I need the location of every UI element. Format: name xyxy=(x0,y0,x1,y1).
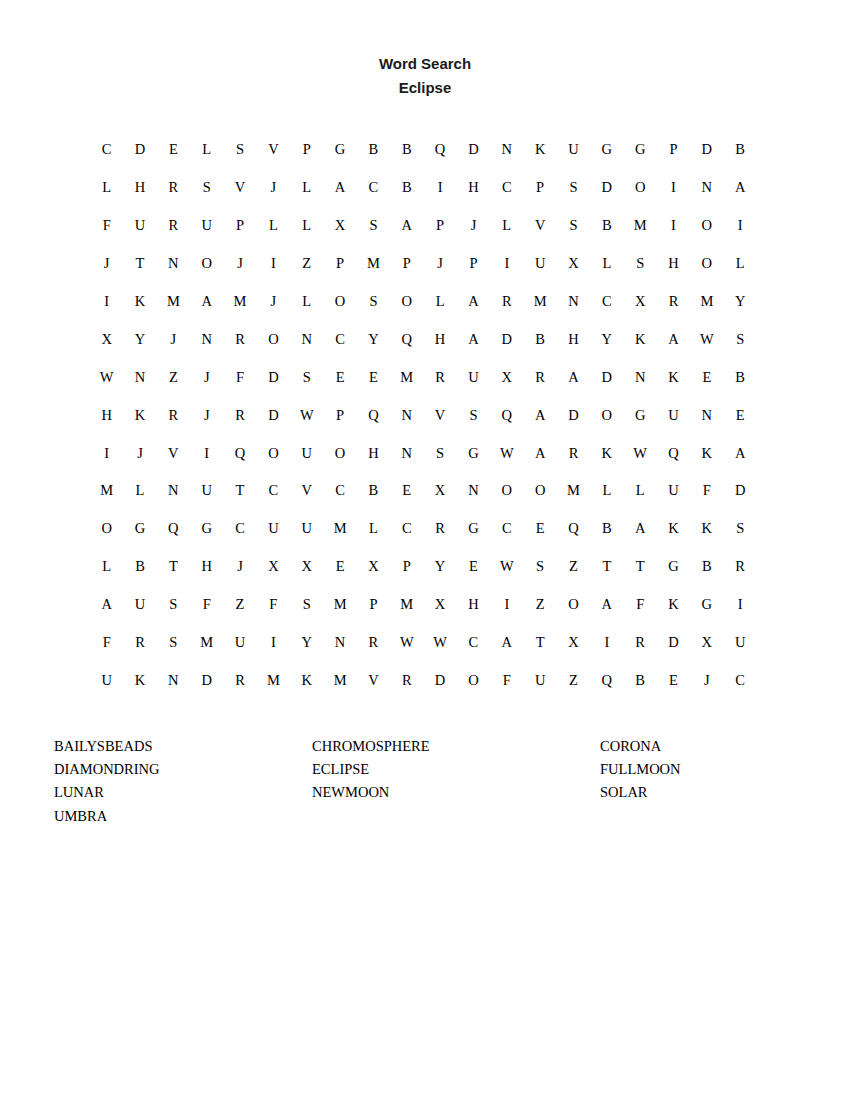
grid-cell-r11c19[interactable]: K xyxy=(690,510,723,548)
grid-cell-r10c12[interactable]: N xyxy=(457,472,490,510)
grid-cell-r12c6[interactable]: X xyxy=(257,548,290,586)
grid-cell-r11c1[interactable]: O xyxy=(90,510,123,548)
grid-cell-r7c7[interactable]: S xyxy=(290,358,323,396)
grid-cell-r12c19[interactable]: B xyxy=(690,548,723,586)
grid-cell-r10c14[interactable]: O xyxy=(523,472,556,510)
grid-cell-r11c4[interactable]: G xyxy=(190,510,223,548)
grid-cell-r11c14[interactable]: E xyxy=(523,510,556,548)
grid-cell-r6c6[interactable]: O xyxy=(257,320,290,358)
grid-cell-r10c6[interactable]: C xyxy=(257,472,290,510)
grid-cell-r8c12[interactable]: S xyxy=(457,396,490,434)
grid-cell-r3c12[interactable]: J xyxy=(457,207,490,245)
grid-cell-r9c12[interactable]: G xyxy=(457,434,490,472)
grid-cell-r8c16[interactable]: O xyxy=(590,396,623,434)
grid-cell-r6c17[interactable]: K xyxy=(624,320,657,358)
grid-cell-r15c3[interactable]: N xyxy=(157,661,190,699)
grid-cell-r10c5[interactable]: T xyxy=(223,472,256,510)
grid-cell-r4c3[interactable]: N xyxy=(157,245,190,283)
grid-cell-r3c1[interactable]: F xyxy=(90,207,123,245)
grid-cell-r14c7[interactable]: Y xyxy=(290,624,323,662)
grid-cell-r2c18[interactable]: I xyxy=(657,169,690,207)
grid-cell-r7c5[interactable]: F xyxy=(223,358,256,396)
grid-cell-r11c20[interactable]: S xyxy=(724,510,757,548)
grid-cell-r14c19[interactable]: X xyxy=(690,624,723,662)
grid-cell-r2c14[interactable]: P xyxy=(523,169,556,207)
grid-cell-r3c9[interactable]: S xyxy=(357,207,390,245)
grid-cell-r9c20[interactable]: A xyxy=(724,434,757,472)
grid-cell-r3c7[interactable]: L xyxy=(290,207,323,245)
grid-cell-r2c10[interactable]: B xyxy=(390,169,423,207)
grid-cell-r1c4[interactable]: L xyxy=(190,131,223,169)
grid-cell-r15c20[interactable]: C xyxy=(724,661,757,699)
grid-cell-r7c19[interactable]: E xyxy=(690,358,723,396)
grid-cell-r14c18[interactable]: D xyxy=(657,624,690,662)
grid-cell-r8c14[interactable]: A xyxy=(523,396,556,434)
grid-cell-r10c13[interactable]: O xyxy=(490,472,523,510)
grid-cell-r12c9[interactable]: X xyxy=(357,548,390,586)
grid-cell-r6c14[interactable]: B xyxy=(523,320,556,358)
grid-cell-r7c3[interactable]: Z xyxy=(157,358,190,396)
grid-cell-r1c8[interactable]: G xyxy=(323,131,356,169)
grid-cell-r14c5[interactable]: U xyxy=(223,624,256,662)
grid-cell-r8c13[interactable]: Q xyxy=(490,396,523,434)
grid-cell-r5c12[interactable]: A xyxy=(457,283,490,321)
grid-cell-r10c3[interactable]: N xyxy=(157,472,190,510)
grid-cell-r6c8[interactable]: C xyxy=(323,320,356,358)
grid-cell-r15c19[interactable]: J xyxy=(690,661,723,699)
grid-cell-r3c16[interactable]: B xyxy=(590,207,623,245)
grid-cell-r13c4[interactable]: F xyxy=(190,586,223,624)
grid-cell-r13c13[interactable]: I xyxy=(490,586,523,624)
grid-cell-r6c4[interactable]: N xyxy=(190,320,223,358)
grid-cell-r3c5[interactable]: P xyxy=(223,207,256,245)
grid-cell-r13c11[interactable]: X xyxy=(423,586,456,624)
grid-cell-r8c8[interactable]: P xyxy=(323,396,356,434)
grid-cell-r10c16[interactable]: L xyxy=(590,472,623,510)
grid-cell-r2c2[interactable]: H xyxy=(123,169,156,207)
grid-cell-r8c1[interactable]: H xyxy=(90,396,123,434)
grid-cell-r1c3[interactable]: E xyxy=(157,131,190,169)
grid-cell-r11c11[interactable]: R xyxy=(423,510,456,548)
grid-cell-r12c2[interactable]: B xyxy=(123,548,156,586)
grid-cell-r1c20[interactable]: B xyxy=(724,131,757,169)
grid-cell-r2c11[interactable]: I xyxy=(423,169,456,207)
grid-cell-r9c1[interactable]: I xyxy=(90,434,123,472)
grid-cell-r14c4[interactable]: M xyxy=(190,624,223,662)
grid-cell-r4c14[interactable]: U xyxy=(523,245,556,283)
grid-cell-r4c5[interactable]: J xyxy=(223,245,256,283)
grid-cell-r6c1[interactable]: X xyxy=(90,320,123,358)
grid-cell-r5c1[interactable]: I xyxy=(90,283,123,321)
grid-cell-r3c11[interactable]: P xyxy=(423,207,456,245)
grid-cell-r14c17[interactable]: R xyxy=(624,624,657,662)
grid-cell-r1c1[interactable]: C xyxy=(90,131,123,169)
grid-cell-r10c20[interactable]: D xyxy=(724,472,757,510)
grid-cell-r10c9[interactable]: B xyxy=(357,472,390,510)
grid-cell-r5c10[interactable]: O xyxy=(390,283,423,321)
grid-cell-r4c12[interactable]: P xyxy=(457,245,490,283)
grid-cell-r8c4[interactable]: J xyxy=(190,396,223,434)
grid-cell-r11c12[interactable]: G xyxy=(457,510,490,548)
grid-cell-r3c10[interactable]: A xyxy=(390,207,423,245)
grid-cell-r15c8[interactable]: M xyxy=(323,661,356,699)
grid-cell-r11c15[interactable]: Q xyxy=(557,510,590,548)
grid-cell-r13c3[interactable]: S xyxy=(157,586,190,624)
grid-cell-r9c2[interactable]: J xyxy=(123,434,156,472)
grid-cell-r5c11[interactable]: L xyxy=(423,283,456,321)
grid-cell-r1c7[interactable]: P xyxy=(290,131,323,169)
grid-cell-r4c4[interactable]: O xyxy=(190,245,223,283)
grid-cell-r6c3[interactable]: J xyxy=(157,320,190,358)
grid-cell-r1c19[interactable]: D xyxy=(690,131,723,169)
grid-cell-r15c7[interactable]: K xyxy=(290,661,323,699)
grid-cell-r12c4[interactable]: H xyxy=(190,548,223,586)
grid-cell-r7c8[interactable]: E xyxy=(323,358,356,396)
grid-cell-r9c13[interactable]: W xyxy=(490,434,523,472)
grid-cell-r5c6[interactable]: J xyxy=(257,283,290,321)
grid-cell-r15c13[interactable]: F xyxy=(490,661,523,699)
grid-cell-r1c18[interactable]: P xyxy=(657,131,690,169)
grid-cell-r3c19[interactable]: O xyxy=(690,207,723,245)
grid-cell-r5c19[interactable]: M xyxy=(690,283,723,321)
grid-cell-r3c15[interactable]: S xyxy=(557,207,590,245)
grid-cell-r14c2[interactable]: R xyxy=(123,624,156,662)
grid-cell-r10c2[interactable]: L xyxy=(123,472,156,510)
grid-cell-r10c7[interactable]: V xyxy=(290,472,323,510)
grid-cell-r13c18[interactable]: K xyxy=(657,586,690,624)
grid-cell-r11c7[interactable]: U xyxy=(290,510,323,548)
grid-cell-r9c15[interactable]: R xyxy=(557,434,590,472)
grid-cell-r15c16[interactable]: Q xyxy=(590,661,623,699)
grid-cell-r13c14[interactable]: Z xyxy=(523,586,556,624)
grid-cell-r10c17[interactable]: L xyxy=(624,472,657,510)
grid-cell-r12c17[interactable]: T xyxy=(624,548,657,586)
grid-cell-r9c9[interactable]: H xyxy=(357,434,390,472)
grid-cell-r15c14[interactable]: U xyxy=(523,661,556,699)
grid-cell-r13c12[interactable]: H xyxy=(457,586,490,624)
grid-cell-r4c1[interactable]: J xyxy=(90,245,123,283)
grid-cell-r5c4[interactable]: A xyxy=(190,283,223,321)
grid-cell-r12c1[interactable]: L xyxy=(90,548,123,586)
grid-cell-r6c19[interactable]: W xyxy=(690,320,723,358)
grid-cell-r4c18[interactable]: H xyxy=(657,245,690,283)
grid-cell-r4c19[interactable]: O xyxy=(690,245,723,283)
grid-cell-r8c17[interactable]: G xyxy=(624,396,657,434)
grid-cell-r15c15[interactable]: Z xyxy=(557,661,590,699)
grid-cell-r15c2[interactable]: K xyxy=(123,661,156,699)
grid-cell-r7c9[interactable]: E xyxy=(357,358,390,396)
grid-cell-r9c3[interactable]: V xyxy=(157,434,190,472)
grid-cell-r7c17[interactable]: N xyxy=(624,358,657,396)
grid-cell-r12c10[interactable]: P xyxy=(390,548,423,586)
grid-cell-r9c11[interactable]: S xyxy=(423,434,456,472)
grid-cell-r13c17[interactable]: F xyxy=(624,586,657,624)
grid-cell-r14c16[interactable]: I xyxy=(590,624,623,662)
grid-cell-r4c16[interactable]: L xyxy=(590,245,623,283)
grid-cell-r8c6[interactable]: D xyxy=(257,396,290,434)
grid-cell-r8c2[interactable]: K xyxy=(123,396,156,434)
grid-cell-r6c10[interactable]: Q xyxy=(390,320,423,358)
grid-cell-r14c3[interactable]: S xyxy=(157,624,190,662)
grid-cell-r2c1[interactable]: L xyxy=(90,169,123,207)
grid-cell-r6c7[interactable]: N xyxy=(290,320,323,358)
grid-cell-r6c15[interactable]: H xyxy=(557,320,590,358)
grid-cell-r9c7[interactable]: U xyxy=(290,434,323,472)
grid-cell-r7c10[interactable]: M xyxy=(390,358,423,396)
grid-cell-r1c13[interactable]: N xyxy=(490,131,523,169)
grid-cell-r9c4[interactable]: I xyxy=(190,434,223,472)
grid-cell-r12c3[interactable]: T xyxy=(157,548,190,586)
grid-cell-r4c6[interactable]: I xyxy=(257,245,290,283)
grid-cell-r9c18[interactable]: Q xyxy=(657,434,690,472)
grid-cell-r13c1[interactable]: A xyxy=(90,586,123,624)
grid-cell-r14c20[interactable]: U xyxy=(724,624,757,662)
grid-cell-r14c8[interactable]: N xyxy=(323,624,356,662)
grid-cell-r1c15[interactable]: U xyxy=(557,131,590,169)
grid-cell-r7c18[interactable]: K xyxy=(657,358,690,396)
grid-cell-r8c15[interactable]: D xyxy=(557,396,590,434)
grid-cell-r2c7[interactable]: L xyxy=(290,169,323,207)
grid-cell-r15c6[interactable]: M xyxy=(257,661,290,699)
grid-cell-r5c14[interactable]: M xyxy=(523,283,556,321)
grid-cell-r6c5[interactable]: R xyxy=(223,320,256,358)
grid-cell-r1c16[interactable]: G xyxy=(590,131,623,169)
grid-cell-r4c11[interactable]: J xyxy=(423,245,456,283)
grid-cell-r2c4[interactable]: S xyxy=(190,169,223,207)
grid-cell-r15c4[interactable]: D xyxy=(190,661,223,699)
grid-cell-r14c6[interactable]: I xyxy=(257,624,290,662)
grid-cell-r6c16[interactable]: Y xyxy=(590,320,623,358)
grid-cell-r12c8[interactable]: E xyxy=(323,548,356,586)
grid-cell-r12c13[interactable]: W xyxy=(490,548,523,586)
grid-cell-r10c18[interactable]: U xyxy=(657,472,690,510)
grid-cell-r9c8[interactable]: O xyxy=(323,434,356,472)
grid-cell-r5c3[interactable]: M xyxy=(157,283,190,321)
grid-cell-r1c2[interactable]: D xyxy=(123,131,156,169)
grid-cell-r14c15[interactable]: X xyxy=(557,624,590,662)
grid-cell-r8c9[interactable]: Q xyxy=(357,396,390,434)
grid-cell-r7c15[interactable]: A xyxy=(557,358,590,396)
grid-cell-r1c10[interactable]: B xyxy=(390,131,423,169)
grid-cell-r4c9[interactable]: M xyxy=(357,245,390,283)
grid-cell-r6c2[interactable]: Y xyxy=(123,320,156,358)
grid-cell-r2c19[interactable]: N xyxy=(690,169,723,207)
grid-cell-r3c4[interactable]: U xyxy=(190,207,223,245)
grid-cell-r13c15[interactable]: O xyxy=(557,586,590,624)
grid-cell-r4c17[interactable]: S xyxy=(624,245,657,283)
grid-cell-r11c5[interactable]: C xyxy=(223,510,256,548)
grid-cell-r11c10[interactable]: C xyxy=(390,510,423,548)
grid-cell-r2c3[interactable]: R xyxy=(157,169,190,207)
grid-cell-r15c17[interactable]: B xyxy=(624,661,657,699)
grid-cell-r5c2[interactable]: K xyxy=(123,283,156,321)
grid-cell-r2c17[interactable]: O xyxy=(624,169,657,207)
grid-cell-r8c7[interactable]: W xyxy=(290,396,323,434)
grid-cell-r13c5[interactable]: Z xyxy=(223,586,256,624)
grid-cell-r11c13[interactable]: C xyxy=(490,510,523,548)
grid-cell-r15c18[interactable]: E xyxy=(657,661,690,699)
grid-cell-r4c13[interactable]: I xyxy=(490,245,523,283)
grid-cell-r5c5[interactable]: M xyxy=(223,283,256,321)
grid-cell-r7c1[interactable]: W xyxy=(90,358,123,396)
grid-cell-r10c1[interactable]: M xyxy=(90,472,123,510)
grid-cell-r9c6[interactable]: O xyxy=(257,434,290,472)
grid-cell-r13c10[interactable]: M xyxy=(390,586,423,624)
grid-cell-r2c6[interactable]: J xyxy=(257,169,290,207)
grid-cell-r12c5[interactable]: J xyxy=(223,548,256,586)
grid-cell-r4c20[interactable]: L xyxy=(724,245,757,283)
grid-cell-r1c14[interactable]: K xyxy=(523,131,556,169)
grid-cell-r11c6[interactable]: U xyxy=(257,510,290,548)
grid-cell-r14c9[interactable]: R xyxy=(357,624,390,662)
grid-cell-r14c11[interactable]: W xyxy=(423,624,456,662)
grid-cell-r12c14[interactable]: S xyxy=(523,548,556,586)
grid-cell-r5c15[interactable]: N xyxy=(557,283,590,321)
grid-cell-r1c9[interactable]: B xyxy=(357,131,390,169)
grid-cell-r3c18[interactable]: I xyxy=(657,207,690,245)
grid-cell-r8c11[interactable]: V xyxy=(423,396,456,434)
grid-cell-r15c11[interactable]: D xyxy=(423,661,456,699)
grid-cell-r5c7[interactable]: L xyxy=(290,283,323,321)
grid-cell-r1c5[interactable]: S xyxy=(223,131,256,169)
grid-cell-r9c19[interactable]: K xyxy=(690,434,723,472)
grid-cell-r2c20[interactable]: A xyxy=(724,169,757,207)
grid-cell-r10c4[interactable]: U xyxy=(190,472,223,510)
grid-cell-r12c12[interactable]: E xyxy=(457,548,490,586)
grid-cell-r1c12[interactable]: D xyxy=(457,131,490,169)
grid-cell-r7c12[interactable]: U xyxy=(457,358,490,396)
grid-cell-r5c8[interactable]: O xyxy=(323,283,356,321)
grid-cell-r2c8[interactable]: A xyxy=(323,169,356,207)
grid-cell-r14c14[interactable]: T xyxy=(523,624,556,662)
grid-cell-r3c2[interactable]: U xyxy=(123,207,156,245)
grid-cell-r11c17[interactable]: A xyxy=(624,510,657,548)
grid-cell-r4c2[interactable]: T xyxy=(123,245,156,283)
grid-cell-r1c17[interactable]: G xyxy=(624,131,657,169)
grid-cell-r9c14[interactable]: A xyxy=(523,434,556,472)
grid-cell-r12c20[interactable]: R xyxy=(724,548,757,586)
grid-cell-r3c3[interactable]: R xyxy=(157,207,190,245)
grid-cell-r15c1[interactable]: U xyxy=(90,661,123,699)
grid-cell-r8c19[interactable]: N xyxy=(690,396,723,434)
grid-cell-r8c5[interactable]: R xyxy=(223,396,256,434)
grid-cell-r2c12[interactable]: H xyxy=(457,169,490,207)
grid-cell-r11c18[interactable]: K xyxy=(657,510,690,548)
grid-cell-r9c10[interactable]: N xyxy=(390,434,423,472)
grid-cell-r5c9[interactable]: S xyxy=(357,283,390,321)
grid-cell-r11c8[interactable]: M xyxy=(323,510,356,548)
grid-cell-r1c6[interactable]: V xyxy=(257,131,290,169)
grid-cell-r5c17[interactable]: X xyxy=(624,283,657,321)
grid-cell-r5c18[interactable]: R xyxy=(657,283,690,321)
grid-cell-r7c4[interactable]: J xyxy=(190,358,223,396)
grid-cell-r14c10[interactable]: W xyxy=(390,624,423,662)
grid-cell-r14c12[interactable]: C xyxy=(457,624,490,662)
grid-cell-r3c13[interactable]: L xyxy=(490,207,523,245)
grid-cell-r9c16[interactable]: K xyxy=(590,434,623,472)
grid-cell-r2c16[interactable]: D xyxy=(590,169,623,207)
grid-cell-r12c15[interactable]: Z xyxy=(557,548,590,586)
grid-cell-r4c8[interactable]: P xyxy=(323,245,356,283)
grid-cell-r3c6[interactable]: L xyxy=(257,207,290,245)
grid-cell-r13c2[interactable]: U xyxy=(123,586,156,624)
grid-cell-r7c2[interactable]: N xyxy=(123,358,156,396)
grid-cell-r7c20[interactable]: B xyxy=(724,358,757,396)
grid-cell-r6c11[interactable]: H xyxy=(423,320,456,358)
grid-cell-r2c15[interactable]: S xyxy=(557,169,590,207)
grid-cell-r9c17[interactable]: W xyxy=(624,434,657,472)
grid-cell-r13c20[interactable]: I xyxy=(724,586,757,624)
grid-cell-r2c13[interactable]: C xyxy=(490,169,523,207)
grid-cell-r12c16[interactable]: T xyxy=(590,548,623,586)
grid-cell-r2c9[interactable]: C xyxy=(357,169,390,207)
grid-cell-r8c10[interactable]: N xyxy=(390,396,423,434)
grid-cell-r13c7[interactable]: S xyxy=(290,586,323,624)
grid-cell-r10c10[interactable]: E xyxy=(390,472,423,510)
grid-cell-r3c8[interactable]: X xyxy=(323,207,356,245)
grid-cell-r7c13[interactable]: X xyxy=(490,358,523,396)
grid-cell-r13c9[interactable]: P xyxy=(357,586,390,624)
grid-cell-r6c18[interactable]: A xyxy=(657,320,690,358)
grid-cell-r6c9[interactable]: Y xyxy=(357,320,390,358)
grid-cell-r10c8[interactable]: C xyxy=(323,472,356,510)
grid-cell-r3c20[interactable]: I xyxy=(724,207,757,245)
grid-cell-r13c19[interactable]: G xyxy=(690,586,723,624)
grid-cell-r9c5[interactable]: Q xyxy=(223,434,256,472)
grid-cell-r13c8[interactable]: M xyxy=(323,586,356,624)
grid-cell-r10c19[interactable]: F xyxy=(690,472,723,510)
grid-cell-r8c3[interactable]: R xyxy=(157,396,190,434)
grid-cell-r14c1[interactable]: F xyxy=(90,624,123,662)
grid-cell-r6c20[interactable]: S xyxy=(724,320,757,358)
grid-cell-r6c12[interactable]: A xyxy=(457,320,490,358)
grid-cell-r4c15[interactable]: X xyxy=(557,245,590,283)
grid-cell-r15c12[interactable]: O xyxy=(457,661,490,699)
grid-cell-r12c11[interactable]: Y xyxy=(423,548,456,586)
grid-cell-r7c14[interactable]: R xyxy=(523,358,556,396)
grid-cell-r4c10[interactable]: P xyxy=(390,245,423,283)
grid-cell-r10c11[interactable]: X xyxy=(423,472,456,510)
grid-cell-r11c9[interactable]: L xyxy=(357,510,390,548)
grid-cell-r5c20[interactable]: Y xyxy=(724,283,757,321)
grid-cell-r3c17[interactable]: M xyxy=(624,207,657,245)
grid-cell-r3c14[interactable]: V xyxy=(523,207,556,245)
grid-cell-r11c2[interactable]: G xyxy=(123,510,156,548)
grid-cell-r7c11[interactable]: R xyxy=(423,358,456,396)
grid-cell-r13c16[interactable]: A xyxy=(590,586,623,624)
grid-cell-r8c20[interactable]: E xyxy=(724,396,757,434)
grid-cell-r4c7[interactable]: Z xyxy=(290,245,323,283)
grid-cell-r12c7[interactable]: X xyxy=(290,548,323,586)
grid-cell-r1c11[interactable]: Q xyxy=(423,131,456,169)
grid-cell-r13c6[interactable]: F xyxy=(257,586,290,624)
grid-cell-r5c16[interactable]: C xyxy=(590,283,623,321)
grid-cell-r15c9[interactable]: V xyxy=(357,661,390,699)
grid-cell-r6c13[interactable]: D xyxy=(490,320,523,358)
grid-cell-r12c18[interactable]: G xyxy=(657,548,690,586)
grid-cell-r15c5[interactable]: R xyxy=(223,661,256,699)
grid-cell-r11c3[interactable]: Q xyxy=(157,510,190,548)
grid-cell-r2c5[interactable]: V xyxy=(223,169,256,207)
grid-cell-r8c18[interactable]: U xyxy=(657,396,690,434)
grid-cell-r14c13[interactable]: A xyxy=(490,624,523,662)
grid-cell-r7c6[interactable]: D xyxy=(257,358,290,396)
grid-cell-r15c10[interactable]: R xyxy=(390,661,423,699)
grid-cell-r10c15[interactable]: M xyxy=(557,472,590,510)
grid-cell-r11c16[interactable]: B xyxy=(590,510,623,548)
grid-cell-r7c16[interactable]: D xyxy=(590,358,623,396)
grid-cell-r5c13[interactable]: R xyxy=(490,283,523,321)
